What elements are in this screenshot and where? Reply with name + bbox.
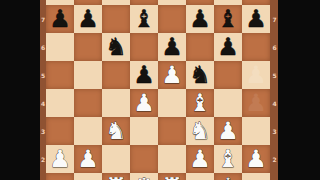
- rank-label-6-left: 6: [40, 44, 46, 51]
- black-pawn-d5: ♟: [130, 61, 158, 89]
- white-knight-f3: ♞: [186, 117, 214, 145]
- black-pawn-f7: ♟: [186, 5, 214, 33]
- square-e7: [158, 5, 186, 33]
- video-frame: ♜♛♜♚♟♟♝♟♝♟♞♟♟♟♟♞♟♟♝♟♞♞♟♟♟♟♝♟♜♛♜♚ 7766554…: [0, 0, 320, 180]
- square-c1: ♜: [102, 173, 130, 180]
- square-d3: [130, 117, 158, 145]
- square-e5: ♟: [158, 61, 186, 89]
- square-d4: ♟: [130, 89, 158, 117]
- square-h4: ♟: [242, 89, 270, 117]
- chess-board-area: ♜♛♜♚♟♟♝♟♝♟♞♟♟♟♟♞♟♟♝♟♞♞♟♟♟♟♝♟♜♛♜♚ 7766554…: [40, 0, 278, 180]
- square-f6: [186, 33, 214, 61]
- square-g1: ♚: [214, 173, 242, 180]
- square-f4: ♝: [186, 89, 214, 117]
- black-pawn-b7: ♟: [74, 5, 102, 33]
- square-h6: [242, 33, 270, 61]
- rank-label-4-left: 4: [40, 100, 46, 107]
- square-f5: ♞: [186, 61, 214, 89]
- black-pawn-h7: ♟: [242, 5, 270, 33]
- white-rook-e1: ♜: [158, 173, 186, 180]
- square-f2: ♟: [186, 145, 214, 173]
- square-c6: ♞: [102, 33, 130, 61]
- white-king-g1: ♚: [214, 173, 242, 180]
- rank-label-2-left: 2: [40, 156, 46, 163]
- square-c5: [102, 61, 130, 89]
- square-g6: ♟: [214, 33, 242, 61]
- black-bishop-g7: ♝: [214, 5, 242, 33]
- square-d5: ♟: [130, 61, 158, 89]
- rank-label-3-right: 3: [271, 128, 278, 135]
- square-b7: ♟: [74, 5, 102, 33]
- square-g4: [214, 89, 242, 117]
- rank-label-2-right: 2: [271, 156, 278, 163]
- square-h2: ♟: [242, 145, 270, 173]
- square-a4: [46, 89, 74, 117]
- square-g5: [214, 61, 242, 89]
- square-a5: [46, 61, 74, 89]
- rank-label-5-left: 5: [40, 72, 46, 79]
- chess-board: ♜♛♜♚♟♟♝♟♝♟♞♟♟♟♟♞♟♟♝♟♞♞♟♟♟♟♝♟♜♛♜♚: [46, 0, 270, 180]
- square-d6: [130, 33, 158, 61]
- white-rook-c1: ♜: [102, 173, 130, 180]
- square-g7: ♝: [214, 5, 242, 33]
- white-pawn-b2: ♟: [74, 145, 102, 173]
- square-b1: [74, 173, 102, 180]
- square-f7: ♟: [186, 5, 214, 33]
- square-h7: ♟: [242, 5, 270, 33]
- rank-label-6-right: 6: [271, 44, 278, 51]
- rank-label-7-right: 7: [271, 16, 278, 23]
- square-h1: [242, 173, 270, 180]
- black-pawn-a7: ♟: [46, 5, 74, 33]
- square-d2: [130, 145, 158, 173]
- square-c2: [102, 145, 130, 173]
- square-a7: ♟: [46, 5, 74, 33]
- white-pawn-d4: ♟: [130, 89, 158, 117]
- rank-label-3-left: 3: [40, 128, 46, 135]
- square-g2: ♝: [214, 145, 242, 173]
- rank-label-5-right: 5: [271, 72, 278, 79]
- black-pawn-e6: ♟: [158, 33, 186, 61]
- ghost-artifact-h4: ♟: [242, 89, 270, 117]
- white-bishop-f4: ♝: [186, 89, 214, 117]
- white-pawn-h2: ♟: [242, 145, 270, 173]
- square-h5: ♟: [242, 61, 270, 89]
- white-pawn-e5: ♟: [158, 61, 186, 89]
- square-c3: ♞: [102, 117, 130, 145]
- rank-label-7-left: 7: [40, 16, 46, 23]
- square-a6: [46, 33, 74, 61]
- white-bishop-g2: ♝: [214, 145, 242, 173]
- black-bishop-d7: ♝: [130, 5, 158, 33]
- square-b2: ♟: [74, 145, 102, 173]
- square-c7: [102, 5, 130, 33]
- white-queen-d1: ♛: [130, 173, 158, 180]
- square-f1: [186, 173, 214, 180]
- square-d1: ♛: [130, 173, 158, 180]
- square-c4: [102, 89, 130, 117]
- square-b3: [74, 117, 102, 145]
- square-h3: [242, 117, 270, 145]
- square-a3: [46, 117, 74, 145]
- square-e4: [158, 89, 186, 117]
- black-knight-f5: ♞: [186, 61, 214, 89]
- square-b4: [74, 89, 102, 117]
- square-b5: [74, 61, 102, 89]
- square-f3: ♞: [186, 117, 214, 145]
- square-a2: ♟: [46, 145, 74, 173]
- square-a1: [46, 173, 74, 180]
- square-e1: ♜: [158, 173, 186, 180]
- square-e3: [158, 117, 186, 145]
- square-d7: ♝: [130, 5, 158, 33]
- white-pawn-a2: ♟: [46, 145, 74, 173]
- white-pawn-g3: ♟: [214, 117, 242, 145]
- ghost-artifact-h5: ♟: [242, 61, 270, 89]
- square-e2: [158, 145, 186, 173]
- square-b6: [74, 33, 102, 61]
- rank-label-4-right: 4: [271, 100, 278, 107]
- square-g3: ♟: [214, 117, 242, 145]
- white-knight-c3: ♞: [102, 117, 130, 145]
- black-pawn-g6: ♟: [214, 33, 242, 61]
- square-e6: ♟: [158, 33, 186, 61]
- black-knight-c6: ♞: [102, 33, 130, 61]
- white-pawn-f2: ♟: [186, 145, 214, 173]
